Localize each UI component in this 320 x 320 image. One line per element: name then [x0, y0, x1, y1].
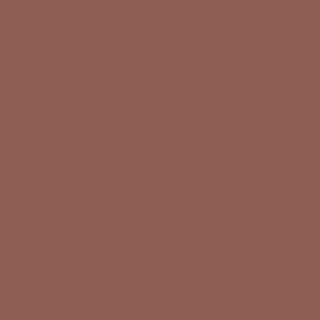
chess-board — [0, 0, 320, 320]
